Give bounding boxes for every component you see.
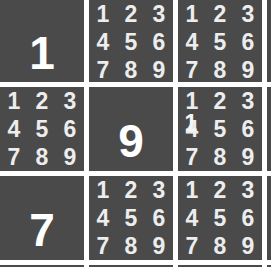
candidate-9: 9 — [56, 143, 84, 171]
sudoku-cell-r3c2[interactable]: 123456789 — [89, 176, 173, 260]
candidate-5: 5 — [206, 115, 234, 143]
candidate-grid: 123456789 — [89, 176, 173, 260]
cell-value-digit: 9 — [118, 118, 144, 164]
candidate-grid: 123456789 — [0, 87, 84, 171]
candidate-2: 2 — [206, 87, 234, 115]
sudoku-cell-r2c1[interactable]: 123456789 — [0, 87, 84, 171]
candidate-2: 2 — [117, 176, 145, 204]
candidate-4: 4 — [89, 204, 117, 232]
sudoku-board: 1123456789123456789123456789912341567897… — [0, 0, 271, 267]
candidate-8: 8 — [206, 143, 234, 171]
candidate-1: 1 — [89, 176, 117, 204]
candidate-5: 5 — [206, 28, 234, 56]
candidate-3: 3 — [234, 0, 262, 28]
candidate-4: 4 — [178, 204, 206, 232]
candidate-7: 7 — [178, 232, 206, 260]
candidate-1: 1 — [89, 0, 117, 28]
candidate-2: 2 — [117, 0, 145, 28]
candidate-6: 6 — [234, 28, 262, 56]
sudoku-cell-r3c4[interactable] — [267, 176, 271, 260]
candidate-1: 1 — [0, 87, 28, 115]
sudoku-cell-r1c1[interactable]: 1 — [0, 0, 84, 82]
candidate-7: 7 — [178, 143, 206, 171]
candidate-3: 3 — [234, 176, 262, 204]
candidate-5: 5 — [206, 204, 234, 232]
candidate-8: 8 — [117, 232, 145, 260]
sudoku-cell-r2c4[interactable] — [267, 87, 271, 171]
candidate-1: 1 — [178, 176, 206, 204]
candidate-5: 5 — [117, 28, 145, 56]
candidate-3: 3 — [145, 0, 173, 28]
candidate-3: 3 — [145, 176, 173, 204]
candidate-2: 2 — [28, 87, 56, 115]
sudoku-cell-r3c1[interactable]: 7 — [0, 176, 84, 260]
candidate-2: 2 — [206, 0, 234, 28]
candidate-9: 9 — [145, 232, 173, 260]
candidate-4: 4 — [89, 28, 117, 56]
candidate-9: 9 — [234, 56, 262, 82]
candidate-grid: 123456789 — [178, 0, 262, 82]
overlay-digit: 1 — [178, 109, 205, 137]
candidate-5: 5 — [117, 204, 145, 232]
candidate-4: 4 — [0, 115, 28, 143]
candidate-7: 7 — [89, 232, 117, 260]
candidate-1: 1 — [178, 0, 206, 28]
candidate-2: 2 — [206, 176, 234, 204]
candidate-6: 6 — [234, 115, 262, 143]
candidate-3: 3 — [56, 87, 84, 115]
candidate-8: 8 — [117, 56, 145, 82]
candidate-6: 6 — [145, 204, 173, 232]
candidate-6: 6 — [56, 115, 84, 143]
candidate-7: 7 — [178, 56, 206, 82]
sudoku-cell-r3c3[interactable]: 123456789 — [178, 176, 262, 260]
cell-value-digit: 7 — [29, 207, 55, 253]
sudoku-cell-r2c3[interactable]: 1234156789 — [178, 87, 262, 171]
candidate-9: 9 — [145, 56, 173, 82]
cell-value-digit: 1 — [29, 30, 55, 76]
candidate-8: 8 — [206, 232, 234, 260]
candidate-7: 7 — [0, 143, 28, 171]
candidate-6: 6 — [234, 204, 262, 232]
candidate-4: 41 — [178, 115, 206, 143]
candidate-8: 8 — [28, 143, 56, 171]
candidate-7: 7 — [89, 56, 117, 82]
candidate-4: 4 — [178, 28, 206, 56]
candidate-5: 5 — [28, 115, 56, 143]
sudoku-cell-r1c3[interactable]: 123456789 — [178, 0, 262, 82]
sudoku-cell-r1c4[interactable] — [267, 0, 271, 82]
candidate-9: 9 — [234, 143, 262, 171]
candidate-grid: 123456789 — [178, 176, 262, 260]
candidate-grid: 1234156789 — [178, 87, 262, 171]
sudoku-cell-r1c2[interactable]: 123456789 — [89, 0, 173, 82]
candidate-grid: 123456789 — [89, 0, 173, 82]
sudoku-cell-r2c2[interactable]: 9 — [89, 87, 173, 171]
candidate-9: 9 — [234, 232, 262, 260]
candidate-8: 8 — [206, 56, 234, 82]
candidate-6: 6 — [145, 28, 173, 56]
sudoku-viewport: 1123456789123456789123456789912341567897… — [0, 0, 271, 267]
candidate-3: 3 — [234, 87, 262, 115]
